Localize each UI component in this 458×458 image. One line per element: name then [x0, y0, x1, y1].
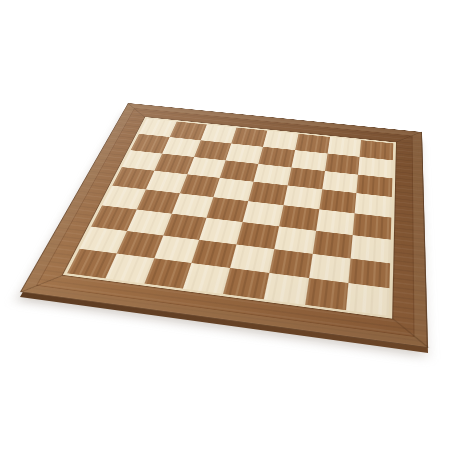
square-f1: [264, 273, 309, 305]
frame-miter-joint: [392, 318, 429, 348]
frame-miter-joint: [20, 275, 64, 293]
maple-inlay-border: [63, 117, 396, 319]
board-grid: [67, 118, 393, 315]
frame-miter-joint: [395, 132, 422, 143]
chess-board: [20, 103, 428, 348]
square-e1: [223, 268, 269, 299]
square-g1: [305, 278, 349, 310]
square-d1: [183, 263, 230, 294]
frame-miter-joint: [127, 103, 145, 117]
product-photo: [0, 0, 458, 458]
square-h1: [346, 283, 389, 316]
